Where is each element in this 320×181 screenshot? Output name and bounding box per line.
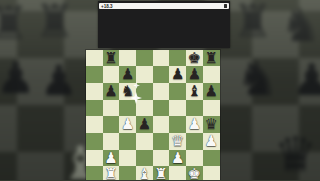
square-e7[interactable] bbox=[153, 66, 170, 83]
square-h6[interactable]: ♟ bbox=[203, 83, 220, 100]
piece-br: ♜ bbox=[103, 50, 120, 66]
square-f7[interactable]: ♟ bbox=[169, 66, 186, 83]
piece-bp: ♟ bbox=[136, 116, 153, 132]
square-g7[interactable]: ♟ bbox=[186, 66, 203, 83]
square-h1[interactable] bbox=[203, 166, 220, 180]
square-b8[interactable]: ♜ bbox=[103, 50, 120, 67]
square-d2[interactable] bbox=[136, 150, 153, 167]
square-d3[interactable] bbox=[136, 133, 153, 150]
square-g8[interactable]: ♚ bbox=[186, 50, 203, 67]
square-e1[interactable]: ♜ bbox=[153, 166, 170, 180]
square-g3[interactable] bbox=[186, 133, 203, 150]
square-g4[interactable]: ♟ bbox=[186, 116, 203, 133]
square-g6[interactable]: ♝ bbox=[186, 83, 203, 100]
square-a5[interactable] bbox=[86, 100, 103, 117]
square-d1[interactable]: ♝ bbox=[136, 166, 153, 180]
square-e5[interactable] bbox=[153, 100, 170, 117]
square-g5[interactable] bbox=[186, 100, 203, 117]
piece-wb: ♝ bbox=[136, 166, 153, 180]
square-a7[interactable] bbox=[86, 66, 103, 83]
piece-bp: ♟ bbox=[186, 66, 203, 82]
eval-bar-dark-segment bbox=[224, 4, 227, 8]
square-c8[interactable] bbox=[119, 50, 136, 67]
square-a6[interactable] bbox=[86, 83, 103, 100]
chess-board[interactable]: ♜♚♜♟♟♟♟♞♝♟♟♟♟♛♛♟♟♟♜♝♜♚ bbox=[86, 50, 220, 181]
eval-score: +18.3 bbox=[101, 4, 112, 9]
square-h4[interactable]: ♛ bbox=[203, 116, 220, 133]
square-c5[interactable] bbox=[119, 100, 136, 117]
square-e6[interactable] bbox=[153, 83, 170, 100]
piece-wp: ♟ bbox=[103, 150, 120, 166]
square-g1[interactable]: ♚ bbox=[186, 166, 203, 180]
square-f3[interactable]: ♛ bbox=[169, 133, 186, 150]
square-h3[interactable]: ♟ bbox=[203, 133, 220, 150]
square-f8[interactable] bbox=[169, 50, 186, 67]
piece-wp: ♟ bbox=[169, 150, 186, 166]
square-h5[interactable] bbox=[203, 100, 220, 117]
square-e4[interactable] bbox=[153, 116, 170, 133]
square-e8[interactable] bbox=[153, 50, 170, 67]
piece-wp: ♟ bbox=[119, 116, 136, 132]
piece-bp: ♟ bbox=[203, 83, 220, 99]
piece-wp: ♟ bbox=[203, 133, 220, 149]
eval-bar: +18.3 bbox=[99, 3, 229, 9]
piece-bq: ♛ bbox=[203, 116, 220, 132]
piece-wr: ♜ bbox=[153, 166, 170, 180]
square-c7[interactable]: ♟ bbox=[119, 66, 136, 83]
square-c2[interactable] bbox=[119, 150, 136, 167]
square-d7[interactable] bbox=[136, 66, 153, 83]
square-b2[interactable]: ♟ bbox=[103, 150, 120, 167]
square-c4[interactable]: ♟ bbox=[119, 116, 136, 133]
piece-wq: ♛ bbox=[169, 133, 186, 149]
top-overlay-panel: +18.3 bbox=[98, 1, 230, 48]
square-b7[interactable] bbox=[103, 66, 120, 83]
square-e2[interactable] bbox=[153, 150, 170, 167]
square-c3[interactable] bbox=[119, 133, 136, 150]
square-b6[interactable]: ♟ bbox=[103, 83, 120, 100]
square-h7[interactable] bbox=[203, 66, 220, 83]
piece-br: ♜ bbox=[203, 50, 220, 66]
square-f6[interactable] bbox=[169, 83, 186, 100]
piece-bn: ♞ bbox=[119, 83, 136, 99]
square-c1[interactable] bbox=[119, 166, 136, 180]
square-e3[interactable] bbox=[153, 133, 170, 150]
piece-bp: ♟ bbox=[169, 66, 186, 82]
square-d6[interactable] bbox=[136, 83, 153, 100]
square-a4[interactable] bbox=[86, 116, 103, 133]
piece-bb: ♝ bbox=[186, 83, 203, 99]
square-a2[interactable] bbox=[86, 150, 103, 167]
square-h8[interactable]: ♜ bbox=[203, 50, 220, 67]
square-c6[interactable]: ♞ bbox=[119, 83, 136, 100]
square-f1[interactable] bbox=[169, 166, 186, 180]
square-f2[interactable]: ♟ bbox=[169, 150, 186, 167]
square-g2[interactable] bbox=[186, 150, 203, 167]
square-d4[interactable]: ♟ bbox=[136, 116, 153, 133]
square-a8[interactable] bbox=[86, 50, 103, 67]
square-a3[interactable] bbox=[86, 133, 103, 150]
piece-wp: ♟ bbox=[186, 116, 203, 132]
square-b5[interactable] bbox=[103, 100, 120, 117]
square-d8[interactable] bbox=[136, 50, 153, 67]
square-b4[interactable] bbox=[103, 116, 120, 133]
square-b3[interactable] bbox=[103, 133, 120, 150]
piece-bp: ♟ bbox=[119, 66, 136, 82]
piece-bp: ♟ bbox=[103, 83, 120, 99]
square-f4[interactable] bbox=[169, 116, 186, 133]
piece-bk: ♚ bbox=[186, 50, 203, 66]
square-f5[interactable] bbox=[169, 100, 186, 117]
square-h2[interactable] bbox=[203, 150, 220, 167]
piece-wk: ♚ bbox=[186, 166, 203, 180]
piece-wr: ♜ bbox=[103, 166, 120, 180]
video-frame: ♜ ♜ ♟ ♟ ♝ ♜ ♞ ♞ ♟ ♛ ♜♚♜♟♟♟♟♞♝♟♟♟♟♛♛♟♟♟♜♝… bbox=[0, 0, 320, 180]
square-d5[interactable] bbox=[136, 100, 153, 117]
square-b1[interactable]: ♜ bbox=[103, 166, 120, 180]
square-a1[interactable] bbox=[86, 166, 103, 180]
